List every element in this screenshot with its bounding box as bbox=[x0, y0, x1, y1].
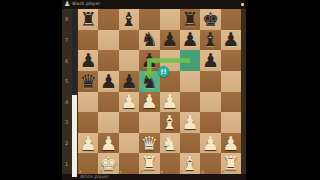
square-h1[interactable]: ♜h bbox=[221, 153, 241, 174]
square-h6[interactable] bbox=[221, 50, 241, 71]
square-b5[interactable]: ♟ bbox=[98, 71, 118, 92]
square-d8[interactable] bbox=[139, 9, 159, 30]
rank-label-2: 2 bbox=[62, 133, 71, 154]
rank-label-5: 5 bbox=[62, 71, 71, 92]
square-c6[interactable] bbox=[119, 50, 139, 71]
square-a4[interactable] bbox=[78, 92, 98, 113]
black-bishop-g7: ♝ bbox=[202, 30, 219, 49]
white-pawn-c4: ♟ bbox=[120, 92, 137, 111]
white-pawn-g2: ♟ bbox=[202, 134, 219, 153]
eval-bar-white-part bbox=[72, 95, 77, 177]
rank-label-8: 8 bbox=[62, 9, 71, 30]
rank-label-4: 4 bbox=[62, 92, 71, 113]
black-player-name: Black player bbox=[72, 2, 100, 7]
square-b4[interactable] bbox=[98, 92, 118, 113]
square-c1[interactable]: c bbox=[119, 153, 139, 174]
white-player-name: White player bbox=[80, 175, 109, 180]
black-queen-a5: ♛ bbox=[80, 72, 97, 91]
black-knight-d5: ♞ bbox=[141, 72, 158, 91]
white-pawn-b2: ♟ bbox=[100, 134, 117, 153]
square-g3[interactable] bbox=[200, 112, 220, 133]
square-d1[interactable]: ♜d bbox=[139, 153, 159, 174]
square-g7[interactable]: ♝ bbox=[200, 30, 220, 51]
black-king-g8: ♚ bbox=[202, 10, 219, 29]
square-f8[interactable]: ♜ bbox=[180, 9, 200, 30]
white-bishop-f1: ♝ bbox=[182, 154, 199, 173]
black-pawn-h7: ♟ bbox=[222, 30, 239, 49]
square-c8[interactable]: ♝ bbox=[119, 9, 139, 30]
square-e2[interactable]: ♞ bbox=[160, 133, 180, 154]
black-pawn-b5: ♟ bbox=[100, 72, 117, 91]
top-player-bar: ♟ Black player bbox=[62, 0, 246, 9]
square-a3[interactable] bbox=[78, 112, 98, 133]
square-a2[interactable]: ♟ bbox=[78, 133, 98, 154]
square-h7[interactable]: ♟ bbox=[221, 30, 241, 51]
square-g4[interactable] bbox=[200, 92, 220, 113]
square-c2[interactable] bbox=[119, 133, 139, 154]
black-rook-f8: ♜ bbox=[182, 10, 199, 29]
white-pawn-f3: ♟ bbox=[182, 113, 199, 132]
black-pawn-e7: ♟ bbox=[161, 30, 178, 49]
black-rook-a8: ♜ bbox=[80, 10, 97, 29]
square-a7[interactable] bbox=[78, 30, 98, 51]
rank-label-7: 7 bbox=[62, 30, 71, 51]
chess-app-window: ♟ Black player 87654321 ♜♝♜♚♞♟♟♝♟♟♟♟♛♟♟♞… bbox=[62, 0, 246, 180]
square-e7[interactable]: ♟ bbox=[160, 30, 180, 51]
square-e3[interactable]: ♝ bbox=[160, 112, 180, 133]
square-g2[interactable]: ♟ bbox=[200, 133, 220, 154]
white-rook-h1: ♜ bbox=[222, 154, 239, 173]
chess-board: ♜♝♜♚♞♟♟♝♟♟♟♟♛♟♟♞♟♟♟♝♟♟♟♛♞♟♟a♚bc♜de♝fg♜h bbox=[78, 9, 241, 174]
square-h4[interactable] bbox=[221, 92, 241, 113]
video-frame: ♟ Black player 87654321 ♜♝♜♚♞♟♟♝♟♟♟♟♛♟♟♞… bbox=[0, 0, 320, 180]
square-c7[interactable] bbox=[119, 30, 139, 51]
white-rook-d1: ♜ bbox=[141, 154, 158, 173]
white-pawn-a2: ♟ bbox=[80, 134, 97, 153]
square-g5[interactable] bbox=[200, 71, 220, 92]
square-h2[interactable]: ♟ bbox=[221, 133, 241, 154]
black-pawn-icon: ♟ bbox=[64, 1, 70, 8]
square-b8[interactable] bbox=[98, 9, 118, 30]
black-pawn-c5: ♟ bbox=[120, 72, 137, 91]
black-knight-d7: ♞ bbox=[141, 30, 158, 49]
settings-icon[interactable] bbox=[241, 3, 244, 6]
square-g1[interactable]: g bbox=[200, 153, 220, 174]
white-knight-e2: ♞ bbox=[161, 134, 178, 153]
square-d4[interactable]: ♟ bbox=[139, 92, 159, 113]
white-pawn-d4: ♟ bbox=[141, 92, 158, 111]
white-pawn-h2: ♟ bbox=[222, 134, 239, 153]
square-e4[interactable]: ♟ bbox=[160, 92, 180, 113]
square-d7[interactable]: ♞ bbox=[139, 30, 159, 51]
rank-label-6: 6 bbox=[62, 50, 71, 71]
square-a1[interactable]: a bbox=[78, 153, 98, 174]
square-f2[interactable] bbox=[180, 133, 200, 154]
white-pawn-e4: ♟ bbox=[161, 92, 178, 111]
square-b2[interactable]: ♟ bbox=[98, 133, 118, 154]
black-bishop-c8: ♝ bbox=[120, 10, 137, 29]
rank-labels: 87654321 bbox=[62, 9, 71, 174]
square-f3[interactable]: ♟ bbox=[180, 112, 200, 133]
square-d6[interactable]: ♟ bbox=[139, 50, 159, 71]
square-b7[interactable] bbox=[98, 30, 118, 51]
square-h3[interactable] bbox=[221, 112, 241, 133]
square-c3[interactable] bbox=[119, 112, 139, 133]
square-f4[interactable] bbox=[180, 92, 200, 113]
bottom-player-bar: White player bbox=[62, 174, 246, 180]
board-area: ♜♝♜♚♞♟♟♝♟♟♟♟♛♟♟♞♟♟♟♝♟♟♟♛♞♟♟a♚bc♜de♝fg♜h … bbox=[78, 9, 241, 174]
black-pawn-a6: ♟ bbox=[80, 51, 97, 70]
black-pawn-g6: ♟ bbox=[202, 51, 219, 70]
black-pawn-f7: ♟ bbox=[182, 30, 199, 49]
square-f7[interactable]: ♟ bbox=[180, 30, 200, 51]
square-c5[interactable]: ♟ bbox=[119, 71, 139, 92]
square-b3[interactable] bbox=[98, 112, 118, 133]
square-e8[interactable] bbox=[160, 9, 180, 30]
square-e1[interactable]: e bbox=[160, 153, 180, 174]
square-h8[interactable] bbox=[221, 9, 241, 30]
square-h5[interactable] bbox=[221, 71, 241, 92]
square-b6[interactable] bbox=[98, 50, 118, 71]
square-d5[interactable]: ♞ bbox=[139, 71, 159, 92]
white-king-b1: ♚ bbox=[100, 154, 117, 173]
black-pawn-d6: ♟ bbox=[141, 51, 158, 70]
square-b1[interactable]: ♚b bbox=[98, 153, 118, 174]
square-a6[interactable]: ♟ bbox=[78, 50, 98, 71]
square-f5[interactable] bbox=[180, 71, 200, 92]
square-a8[interactable]: ♜ bbox=[78, 9, 98, 30]
white-bishop-e3: ♝ bbox=[161, 113, 178, 132]
square-g8[interactable]: ♚ bbox=[200, 9, 220, 30]
square-a5[interactable]: ♛ bbox=[78, 71, 98, 92]
rank-label-3: 3 bbox=[62, 112, 71, 133]
eval-bar bbox=[72, 10, 77, 177]
square-f1[interactable]: ♝f bbox=[180, 153, 200, 174]
highlight-f6 bbox=[180, 50, 200, 71]
square-f6[interactable] bbox=[180, 50, 200, 71]
square-c4[interactable]: ♟ bbox=[119, 92, 139, 113]
rank-label-1: 1 bbox=[62, 153, 71, 174]
square-g6[interactable]: ♟ bbox=[200, 50, 220, 71]
white-queen-d2: ♛ bbox=[141, 134, 158, 153]
square-d2[interactable]: ♛ bbox=[139, 133, 159, 154]
square-d3[interactable] bbox=[139, 112, 159, 133]
